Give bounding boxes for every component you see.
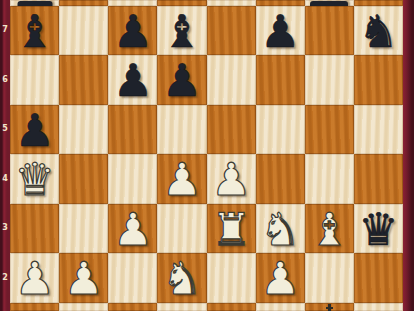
- square-g3[interactable]: ♝: [305, 204, 354, 254]
- square-f3[interactable]: ♞: [256, 204, 305, 254]
- square-g7[interactable]: [305, 6, 354, 56]
- rank-label-6: 6: [1, 75, 9, 85]
- square-f5[interactable]: [256, 105, 305, 155]
- rank-label-5: 5: [1, 124, 9, 134]
- piece-black-pawn-a5[interactable]: ♟: [14, 108, 54, 153]
- square-h2[interactable]: [354, 253, 403, 303]
- square-b3[interactable]: [59, 204, 108, 254]
- square-c6[interactable]: ♟: [108, 55, 157, 105]
- piece-black-bishop-d7[interactable]: ♝: [162, 9, 202, 54]
- square-f6[interactable]: [256, 55, 305, 105]
- square-h7[interactable]: ♞: [354, 6, 403, 56]
- square-f2[interactable]: ♟: [256, 253, 305, 303]
- partial-piece-white-king-g1: [328, 304, 331, 311]
- square-g2[interactable]: [305, 253, 354, 303]
- square-a5[interactable]: ♟: [10, 105, 59, 155]
- rank-label-7: 7: [1, 25, 9, 35]
- piece-white-pawn-c3[interactable]: ♟: [113, 207, 153, 252]
- square-d5[interactable]: [157, 105, 206, 155]
- square-e3[interactable]: ♜: [207, 204, 256, 254]
- piece-black-pawn-f7[interactable]: ♟: [260, 9, 300, 54]
- square-d6[interactable]: ♟: [157, 55, 206, 105]
- chess-board-screenshot: ♝♟♝♟♞♟♟♟♛♟♟♟♜♞♝♛♟♟♞♟ 765432: [0, 0, 414, 311]
- square-a2[interactable]: ♟: [10, 253, 59, 303]
- square-d1[interactable]: [157, 303, 206, 311]
- square-g1[interactable]: [305, 303, 354, 311]
- square-g5[interactable]: [305, 105, 354, 155]
- piece-white-knight-f3[interactable]: ♞: [260, 207, 300, 252]
- square-e6[interactable]: [207, 55, 256, 105]
- square-d3[interactable]: [157, 204, 206, 254]
- piece-black-pawn-c7[interactable]: ♟: [113, 9, 153, 54]
- square-c4[interactable]: [108, 154, 157, 204]
- piece-white-pawn-a2[interactable]: ♟: [14, 256, 54, 301]
- square-b2[interactable]: ♟: [59, 253, 108, 303]
- square-a4[interactable]: ♛: [10, 154, 59, 204]
- square-c7[interactable]: ♟: [108, 6, 157, 56]
- square-e4[interactable]: ♟: [207, 154, 256, 204]
- piece-white-bishop-g3[interactable]: ♝: [309, 207, 349, 252]
- square-g6[interactable]: [305, 55, 354, 105]
- square-e5[interactable]: [207, 105, 256, 155]
- square-b4[interactable]: [59, 154, 108, 204]
- piece-black-pawn-d6[interactable]: ♟: [162, 58, 202, 103]
- square-c1[interactable]: [108, 303, 157, 311]
- rank-label-4: 4: [1, 174, 9, 184]
- piece-black-queen-h3[interactable]: ♛: [358, 207, 398, 252]
- square-a7[interactable]: ♝: [10, 6, 59, 56]
- piece-white-queen-a4[interactable]: ♛: [14, 157, 54, 202]
- square-h6[interactable]: [354, 55, 403, 105]
- board-left-border: 765432: [0, 0, 10, 311]
- piece-white-pawn-f2[interactable]: ♟: [260, 256, 300, 301]
- square-g4[interactable]: [305, 154, 354, 204]
- piece-white-rook-e3[interactable]: ♜: [211, 207, 251, 252]
- square-b1[interactable]: [59, 303, 108, 311]
- square-b6[interactable]: [59, 55, 108, 105]
- piece-white-pawn-b2[interactable]: ♟: [64, 256, 104, 301]
- piece-black-pawn-c6[interactable]: ♟: [113, 58, 153, 103]
- square-a1[interactable]: [10, 303, 59, 311]
- square-h3[interactable]: ♛: [354, 204, 403, 254]
- square-c3[interactable]: ♟: [108, 204, 157, 254]
- square-a6[interactable]: [10, 55, 59, 105]
- piece-black-knight-h7[interactable]: ♞: [358, 9, 398, 54]
- square-c2[interactable]: [108, 253, 157, 303]
- square-e1[interactable]: [207, 303, 256, 311]
- square-h1[interactable]: [354, 303, 403, 311]
- square-e2[interactable]: [207, 253, 256, 303]
- board-right-border: [403, 0, 414, 311]
- square-d7[interactable]: ♝: [157, 6, 206, 56]
- piece-white-pawn-e4[interactable]: ♟: [211, 157, 251, 202]
- square-e7[interactable]: [207, 6, 256, 56]
- square-c5[interactable]: [108, 105, 157, 155]
- square-f7[interactable]: ♟: [256, 6, 305, 56]
- square-h5[interactable]: [354, 105, 403, 155]
- square-b7[interactable]: [59, 6, 108, 56]
- rank-label-3: 3: [1, 223, 9, 233]
- piece-white-pawn-d4[interactable]: ♟: [162, 157, 202, 202]
- square-d4[interactable]: ♟: [157, 154, 206, 204]
- square-f1[interactable]: [256, 303, 305, 311]
- board: ♝♟♝♟♞♟♟♟♛♟♟♟♜♞♝♛♟♟♞♟: [10, 0, 403, 311]
- rank-label-2: 2: [1, 273, 9, 283]
- piece-white-knight-d2[interactable]: ♞: [162, 256, 202, 301]
- piece-black-bishop-a7[interactable]: ♝: [14, 9, 54, 54]
- square-h4[interactable]: [354, 154, 403, 204]
- square-b5[interactable]: [59, 105, 108, 155]
- square-d2[interactable]: ♞: [157, 253, 206, 303]
- square-f4[interactable]: [256, 154, 305, 204]
- square-a3[interactable]: [10, 204, 59, 254]
